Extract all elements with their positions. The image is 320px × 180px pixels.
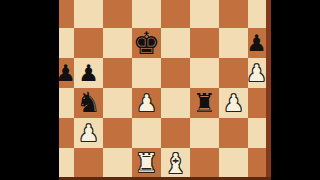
square-c4 [103, 58, 132, 88]
square-c2 [103, 118, 132, 148]
square-f4 [190, 58, 219, 88]
letterbox-right-bar [271, 0, 320, 180]
square-f2 [190, 118, 219, 148]
black-pawn: ♟ [74, 58, 103, 88]
square-d1: ♜ [132, 148, 161, 178]
square-b4: ♟ [74, 58, 103, 88]
black-rook: ♜ [190, 88, 219, 118]
white-pawn: ♟ [74, 118, 103, 148]
square-c6 [103, 0, 132, 28]
square-d4 [132, 58, 161, 88]
square-e4 [161, 58, 190, 88]
square-e1: ♝ [161, 148, 190, 178]
white-pawn: ♟ [132, 88, 161, 118]
square-d5: ♚ [132, 28, 161, 58]
square-f5 [190, 28, 219, 58]
square-b5 [74, 28, 103, 58]
square-c3 [103, 88, 132, 118]
letterbox-left-bar [0, 0, 59, 180]
white-rook: ♜ [132, 148, 161, 178]
board-frame-bottom-edge [45, 177, 271, 180]
square-c1 [103, 148, 132, 178]
square-f6 [190, 0, 219, 28]
chess-board: ♚♟♟♟♟♞♟♜♟♟♜♝ [45, 0, 277, 178]
square-g6 [219, 0, 248, 28]
square-d2 [132, 118, 161, 148]
square-b1 [74, 148, 103, 178]
square-e5 [161, 28, 190, 58]
square-b6 [74, 0, 103, 28]
square-e2 [161, 118, 190, 148]
square-f1 [190, 148, 219, 178]
square-b3: ♞ [74, 88, 103, 118]
square-b2: ♟ [74, 118, 103, 148]
square-g1 [219, 148, 248, 178]
white-bishop: ♝ [161, 148, 190, 178]
square-d6 [132, 0, 161, 28]
square-e3 [161, 88, 190, 118]
white-pawn: ♟ [219, 88, 248, 118]
square-g2 [219, 118, 248, 148]
square-d3: ♟ [132, 88, 161, 118]
square-c5 [103, 28, 132, 58]
thumbnail-stage: ♚♟♟♟♟♞♟♜♟♟♜♝ [0, 0, 320, 180]
black-knight: ♞ [74, 88, 103, 118]
square-e6 [161, 0, 190, 28]
square-g3: ♟ [219, 88, 248, 118]
black-king: ♚ [132, 28, 161, 58]
square-f3: ♜ [190, 88, 219, 118]
